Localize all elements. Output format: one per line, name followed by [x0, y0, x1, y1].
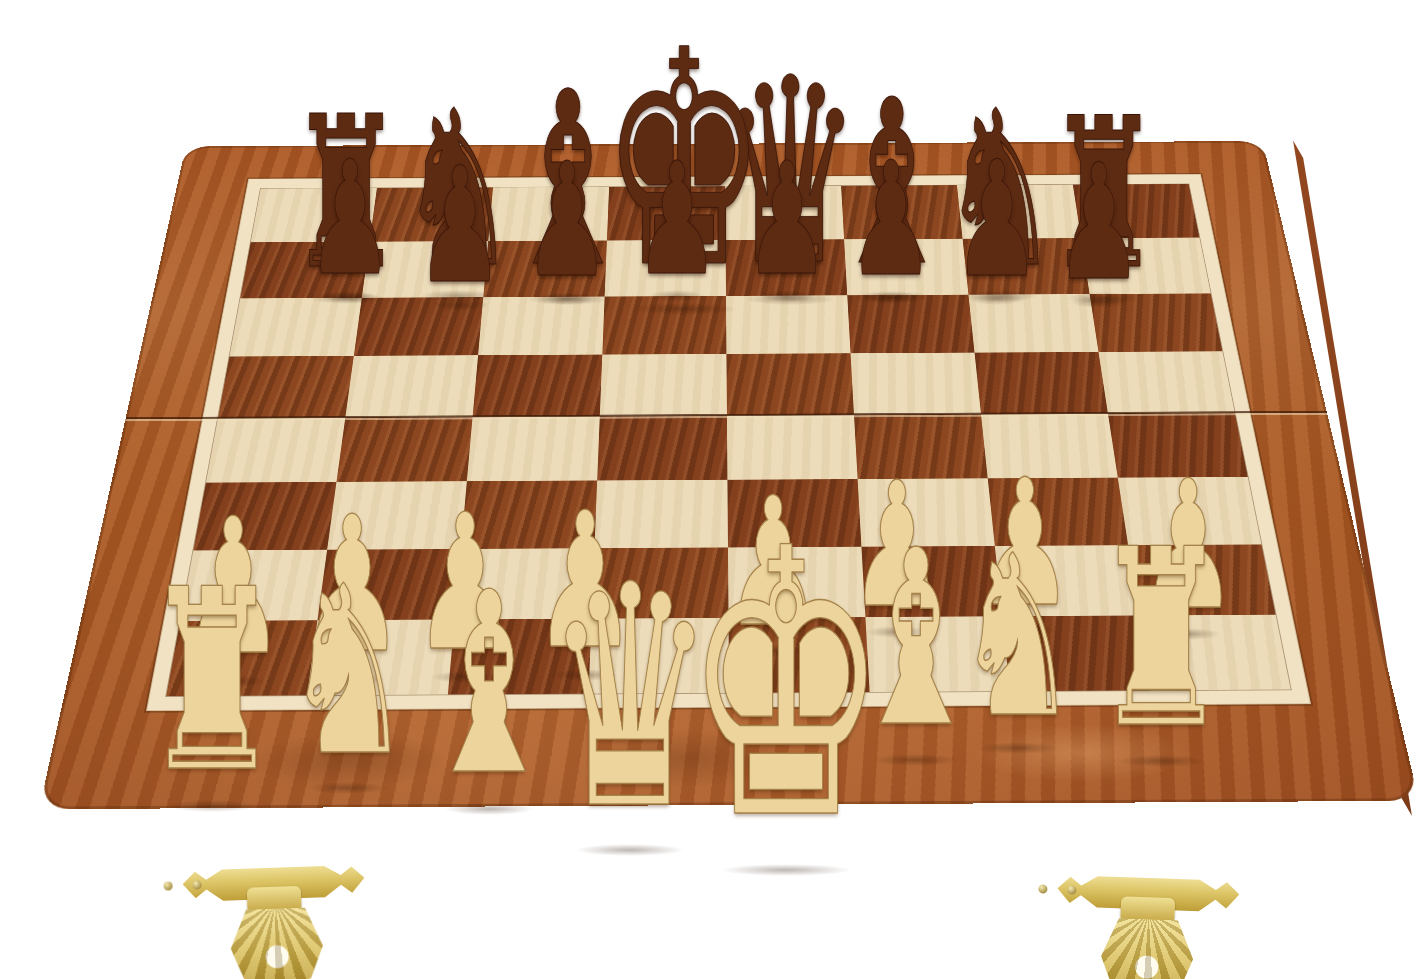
piece-dark-pawn-e7: ♟ [744, 142, 830, 297]
piece-white-rook-h1: ♜ [1093, 517, 1229, 762]
piece-white-bishop-c1: ♝ [420, 560, 559, 810]
piece-dark-pawn-b7: ♟ [416, 146, 505, 306]
piece-dark-pawn-f7: ♟ [847, 141, 935, 299]
piece-dark-pawn-d7: ♟ [634, 142, 720, 297]
piece-white-rook-a1: ♜ [143, 557, 282, 807]
piece-dark-pawn-c7: ♟ [523, 142, 611, 300]
pieces-layer: ♜♞♝♚♛♝♞♜♟♟♟♟♟♟♟♟♟♟♟♟♟♟♟♟♜♞♝♛♚♝♞♜ [0, 0, 1428, 979]
piece-white-king-e1: ♚ [684, 502, 889, 871]
piece-dark-pawn-a7: ♟ [306, 140, 394, 298]
piece-dark-pawn-g7: ♟ [953, 140, 1042, 300]
piece-white-knight-b1: ♞ [283, 556, 412, 789]
piece-dark-pawn-h7: ♟ [1055, 143, 1144, 303]
product-photo-scene: ♜♞♝♚♛♝♞♜♟♟♟♟♟♟♟♟♟♟♟♟♟♟♟♟♜♞♝♛♚♝♞♜ [0, 0, 1428, 979]
